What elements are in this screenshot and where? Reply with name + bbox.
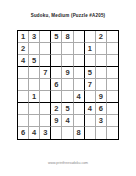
cell-r6c9[interactable] <box>107 91 118 103</box>
cell-r6c7[interactable] <box>85 91 96 103</box>
cell-r7c7[interactable]: 4 <box>85 103 96 115</box>
cell-r8c2[interactable] <box>29 115 40 127</box>
cell-r5c1[interactable] <box>18 79 29 91</box>
cell-r6c3[interactable] <box>40 91 51 103</box>
cell-r4c4[interactable] <box>51 67 62 79</box>
cell-r1c9[interactable] <box>107 31 118 43</box>
cell-r5c2[interactable] <box>29 79 40 91</box>
cell-r2c7[interactable]: 1 <box>85 43 96 55</box>
cell-r6c5[interactable] <box>62 91 73 103</box>
cell-r8c7[interactable] <box>85 115 96 127</box>
sudoku-board: 1358221457956714925469436438 <box>17 30 119 140</box>
cell-r5c9[interactable] <box>107 79 118 91</box>
cell-r5c4[interactable]: 6 <box>51 79 62 91</box>
cell-r9c3[interactable]: 3 <box>40 127 51 139</box>
page-title: Sudoku, Medium (Puzzle #A205) <box>0 13 136 18</box>
cell-r8c3[interactable] <box>40 115 51 127</box>
cell-r9c1[interactable]: 6 <box>18 127 29 139</box>
cell-r1c3[interactable] <box>40 31 51 43</box>
cell-r4c8[interactable] <box>96 67 107 79</box>
footer-url: www.printfreesudoku.com <box>0 161 136 165</box>
cell-r9c6[interactable]: 8 <box>74 127 85 139</box>
cell-r4c2[interactable] <box>29 67 40 79</box>
cell-r8c1[interactable] <box>18 115 29 127</box>
cell-r7c9[interactable] <box>107 103 118 115</box>
cell-r7c6[interactable] <box>74 103 85 115</box>
cell-r7c1[interactable] <box>18 103 29 115</box>
cell-r3c7[interactable] <box>85 55 96 67</box>
cell-r3c2[interactable]: 5 <box>29 55 40 67</box>
cell-r1c5[interactable]: 8 <box>62 31 73 43</box>
cell-r5c8[interactable] <box>96 79 107 91</box>
cell-r7c4[interactable]: 2 <box>51 103 62 115</box>
cell-r2c1[interactable]: 2 <box>18 43 29 55</box>
cell-r3c5[interactable] <box>62 55 73 67</box>
cell-r6c1[interactable] <box>18 91 29 103</box>
cell-r4c7[interactable]: 5 <box>85 67 96 79</box>
cell-r9c8[interactable] <box>96 127 107 139</box>
cell-r8c9[interactable] <box>107 115 118 127</box>
cell-r2c2[interactable] <box>29 43 40 55</box>
cell-r3c1[interactable]: 4 <box>18 55 29 67</box>
cell-r3c4[interactable] <box>51 55 62 67</box>
cell-r7c8[interactable]: 6 <box>96 103 107 115</box>
cell-r7c2[interactable] <box>29 103 40 115</box>
cell-r2c6[interactable] <box>74 43 85 55</box>
cell-r1c8[interactable]: 2 <box>96 31 107 43</box>
cell-r2c4[interactable] <box>51 43 62 55</box>
cell-r2c9[interactable] <box>107 43 118 55</box>
cell-r5c5[interactable] <box>62 79 73 91</box>
cell-r8c4[interactable]: 9 <box>51 115 62 127</box>
cell-r4c1[interactable] <box>18 67 29 79</box>
cell-r6c6[interactable]: 4 <box>74 91 85 103</box>
cell-r2c3[interactable] <box>40 43 51 55</box>
cell-r6c8[interactable]: 9 <box>96 91 107 103</box>
cell-r6c4[interactable] <box>51 91 62 103</box>
cell-r7c3[interactable] <box>40 103 51 115</box>
cell-r1c7[interactable] <box>85 31 96 43</box>
cell-r5c7[interactable]: 7 <box>85 79 96 91</box>
cell-r4c9[interactable] <box>107 67 118 79</box>
cell-r8c5[interactable]: 4 <box>62 115 73 127</box>
cell-r3c8[interactable] <box>96 55 107 67</box>
cell-r3c3[interactable] <box>40 55 51 67</box>
cell-r4c3[interactable]: 7 <box>40 67 51 79</box>
cell-r1c4[interactable]: 5 <box>51 31 62 43</box>
cell-r8c8[interactable]: 3 <box>96 115 107 127</box>
cell-r9c5[interactable] <box>62 127 73 139</box>
cell-r6c2[interactable]: 1 <box>29 91 40 103</box>
cell-r9c7[interactable] <box>85 127 96 139</box>
cell-r9c2[interactable]: 4 <box>29 127 40 139</box>
cell-r9c4[interactable] <box>51 127 62 139</box>
cell-r8c6[interactable] <box>74 115 85 127</box>
cell-r5c6[interactable] <box>74 79 85 91</box>
cell-r9c9[interactable] <box>107 127 118 139</box>
cell-r2c5[interactable] <box>62 43 73 55</box>
cell-r1c6[interactable] <box>74 31 85 43</box>
cell-r3c9[interactable] <box>107 55 118 67</box>
cell-r4c6[interactable] <box>74 67 85 79</box>
cell-r4c5[interactable]: 9 <box>62 67 73 79</box>
cell-r1c2[interactable]: 3 <box>29 31 40 43</box>
cell-r7c5[interactable]: 5 <box>62 103 73 115</box>
sudoku-page: Sudoku, Medium (Puzzle #A205) 1358221457… <box>0 0 136 176</box>
cell-r3c6[interactable] <box>74 55 85 67</box>
cell-r2c8[interactable] <box>96 43 107 55</box>
cell-r5c3[interactable] <box>40 79 51 91</box>
cell-r1c1[interactable]: 1 <box>18 31 29 43</box>
